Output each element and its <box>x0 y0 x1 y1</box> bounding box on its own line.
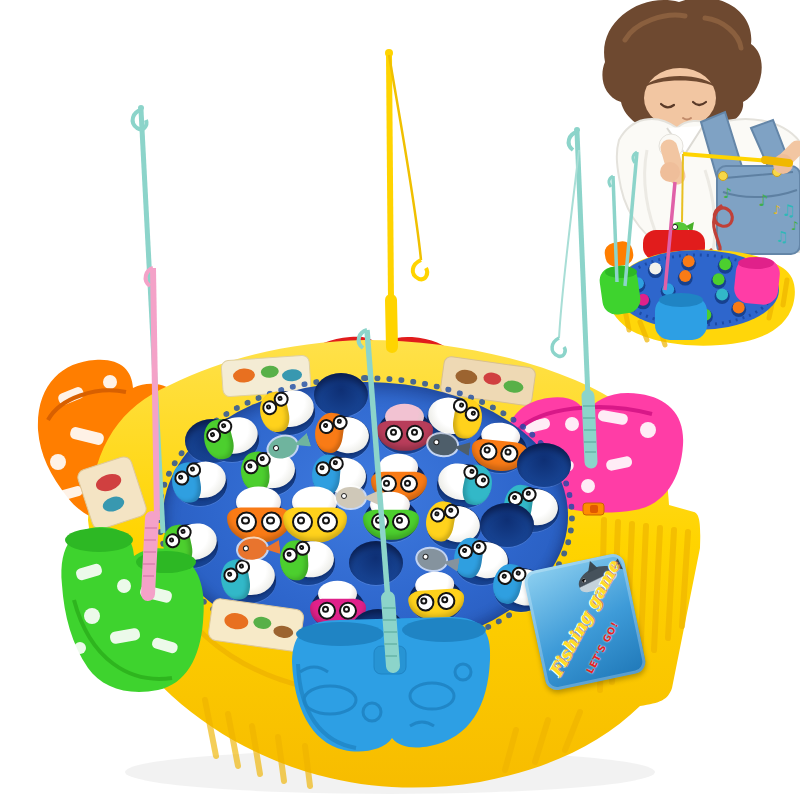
fish-piece-maroon <box>377 404 433 451</box>
pond-sticker-dark-fish <box>426 431 471 463</box>
pond-sticker-shell <box>336 485 378 511</box>
mini-fish-piece <box>733 301 745 313</box>
music-note-icon: ♪ <box>758 191 768 210</box>
fish-piece-blue <box>170 455 231 508</box>
music-note-icon: ♪ <box>773 203 781 217</box>
power-switch <box>583 503 604 515</box>
mini-fish-piece <box>713 273 725 285</box>
mini-fish-piece <box>716 289 728 301</box>
mini-fish-piece <box>679 270 691 282</box>
pond-sticker-clownfish <box>237 534 281 564</box>
music-note-icon: ♪ <box>723 185 732 201</box>
mini-fish-piece <box>683 255 695 267</box>
mini-fish-piece <box>649 263 661 275</box>
rotating-fish-pond <box>163 382 568 650</box>
fish-piece-green <box>280 536 337 584</box>
pond-sticker-gray-fish <box>415 545 461 578</box>
music-note-icon: ♪ <box>791 219 799 233</box>
mini-fish-piece <box>719 258 731 270</box>
board-hole <box>351 609 405 653</box>
board-hole <box>517 443 571 487</box>
inset-child-photo: ♪ ♪ ♫ ♪ ♫ ♪ <box>598 0 800 346</box>
music-note-icon: ♫ <box>775 228 788 246</box>
fish-piece-green <box>160 515 222 569</box>
board-hole <box>349 541 403 585</box>
fish-piece-yellow <box>407 571 466 622</box>
product-photo: ♪ ♪ ♫ ♪ ♫ ♪ <box>0 0 800 800</box>
music-note-icon: ♫ <box>781 201 795 220</box>
